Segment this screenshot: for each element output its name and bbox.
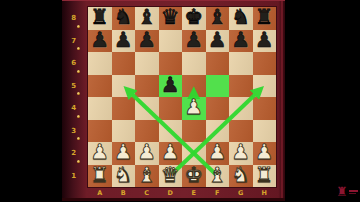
rank-label-6: 6 (62, 52, 76, 75)
square-b7[interactable]: ♟ (112, 30, 136, 53)
black-queen-d8[interactable]: ♛ (161, 7, 180, 28)
square-f4[interactable] (206, 97, 230, 120)
square-h5[interactable] (253, 75, 277, 98)
square-c5[interactable] (135, 75, 159, 98)
white-knight-b1[interactable]: ♞ (114, 165, 133, 186)
frame-stud (77, 25, 80, 28)
white-pawn-h2[interactable]: ♟ (255, 142, 274, 163)
square-h3[interactable] (253, 120, 277, 143)
black-pawn-e7[interactable]: ♟ (184, 30, 203, 51)
chess-board[interactable]: ♜♞♝♛♚♝♞♜♟♟♟♟♟♟♟♟♟♟♟♟♟♟♟♟♜♞♝♛♚♝♞♜ (88, 7, 276, 187)
rank-label-5: 5 (62, 75, 76, 98)
square-f8[interactable]: ♝ (206, 7, 230, 30)
square-g3[interactable] (229, 120, 253, 143)
square-a4[interactable] (88, 97, 112, 120)
file-label-a: A (88, 189, 112, 198)
square-b2[interactable]: ♟ (112, 142, 136, 165)
square-c7[interactable]: ♟ (135, 30, 159, 53)
frame-stud (77, 92, 80, 95)
black-king-e8[interactable]: ♚ (184, 7, 203, 28)
black-pawn-a7[interactable]: ♟ (90, 30, 109, 51)
square-c2[interactable]: ♟ (135, 142, 159, 165)
black-pawn-h7[interactable]: ♟ (255, 30, 274, 51)
rank-label-4: 4 (62, 97, 76, 120)
square-f6[interactable] (206, 52, 230, 75)
square-f7[interactable]: ♟ (206, 30, 230, 53)
white-pawn-f2[interactable]: ♟ (208, 142, 227, 163)
square-g6[interactable] (229, 52, 253, 75)
square-b6[interactable] (112, 52, 136, 75)
square-d7[interactable] (159, 30, 183, 53)
white-queen-d1[interactable]: ♛ (161, 165, 180, 186)
square-b8[interactable]: ♞ (112, 7, 136, 30)
rank-label-7: 7 (62, 30, 76, 53)
black-rook-a8[interactable]: ♜ (90, 7, 109, 28)
square-e8[interactable]: ♚ (182, 7, 206, 30)
black-pawn-d5[interactable]: ♟ (161, 75, 180, 96)
square-a6[interactable] (88, 52, 112, 75)
white-rook-h1[interactable]: ♜ (255, 165, 274, 186)
black-pawn-g7[interactable]: ♟ (231, 30, 250, 51)
square-d2[interactable]: ♟ (159, 142, 183, 165)
square-g8[interactable]: ♞ (229, 7, 253, 30)
square-b4[interactable] (112, 97, 136, 120)
square-d5[interactable]: ♟ (159, 75, 183, 98)
chess-lesson-screenshot: ♜♞♝♛♚♝♞♜♟♟♟♟♟♟♟♟♟♟♟♟♟♟♟♟♜♞♝♛♚♝♞♜ 8765432… (0, 0, 360, 202)
rank-label-8: 8 (62, 7, 76, 30)
square-h2[interactable]: ♟ (253, 142, 277, 165)
square-a1[interactable]: ♜ (88, 165, 112, 188)
square-a8[interactable]: ♜ (88, 7, 112, 30)
frame-stud (77, 137, 80, 140)
square-d4[interactable] (159, 97, 183, 120)
square-h1[interactable]: ♜ (253, 165, 277, 188)
square-a7[interactable]: ♟ (88, 30, 112, 53)
black-knight-b8[interactable]: ♞ (114, 7, 133, 28)
square-h7[interactable]: ♟ (253, 30, 277, 53)
frame-stud (77, 70, 80, 73)
square-e3[interactable] (182, 120, 206, 143)
square-d1[interactable]: ♛ (159, 165, 183, 188)
black-bishop-f8[interactable]: ♝ (208, 7, 227, 28)
black-rook-h8[interactable]: ♜ (255, 7, 274, 28)
square-c3[interactable] (135, 120, 159, 143)
square-f5[interactable] (206, 75, 230, 98)
rank-label-2: 2 (62, 142, 76, 165)
square-e1[interactable]: ♚ (182, 165, 206, 188)
watermark-logo: ♜ (336, 183, 358, 200)
black-pawn-f7[interactable]: ♟ (208, 30, 227, 51)
watermark-text-marks (349, 190, 358, 194)
white-king-e1[interactable]: ♚ (184, 165, 203, 186)
frame-stud (77, 160, 80, 163)
frame-stud (77, 115, 80, 118)
white-bishop-f1[interactable]: ♝ (208, 165, 227, 186)
white-bishop-c1[interactable]: ♝ (137, 165, 156, 186)
file-label-d: D (159, 189, 183, 198)
black-pawn-c7[interactable]: ♟ (137, 30, 156, 51)
white-knight-g1[interactable]: ♞ (231, 165, 250, 186)
file-label-f: F (206, 189, 230, 198)
square-c8[interactable]: ♝ (135, 7, 159, 30)
square-a5[interactable] (88, 75, 112, 98)
square-d6[interactable] (159, 52, 183, 75)
file-label-h: H (253, 189, 277, 198)
square-c6[interactable] (135, 52, 159, 75)
white-rook-a1[interactable]: ♜ (90, 165, 109, 186)
square-b1[interactable]: ♞ (112, 165, 136, 188)
white-pawn-d2[interactable]: ♟ (161, 142, 180, 163)
square-e6[interactable] (182, 52, 206, 75)
rank-label-1: 1 (62, 165, 76, 188)
square-g1[interactable]: ♞ (229, 165, 253, 188)
square-e7[interactable]: ♟ (182, 30, 206, 53)
square-c1[interactable]: ♝ (135, 165, 159, 188)
black-bishop-c8[interactable]: ♝ (137, 7, 156, 28)
square-e5[interactable] (182, 75, 206, 98)
square-d8[interactable]: ♛ (159, 7, 183, 30)
square-b3[interactable] (112, 120, 136, 143)
square-g7[interactable]: ♟ (229, 30, 253, 53)
square-h4[interactable] (253, 97, 277, 120)
square-d3[interactable] (159, 120, 183, 143)
square-c4[interactable] (135, 97, 159, 120)
square-h6[interactable] (253, 52, 277, 75)
white-pawn-g2[interactable]: ♟ (231, 142, 250, 163)
square-h8[interactable]: ♜ (253, 7, 277, 30)
frame-stud (77, 47, 80, 50)
square-e2[interactable] (182, 142, 206, 165)
square-f1[interactable]: ♝ (206, 165, 230, 188)
square-e4[interactable]: ♟ (182, 97, 206, 120)
file-label-b: B (112, 189, 136, 198)
square-a2[interactable]: ♟ (88, 142, 112, 165)
square-b5[interactable] (112, 75, 136, 98)
square-g4[interactable] (229, 97, 253, 120)
white-pawn-c2[interactable]: ♟ (137, 142, 156, 163)
rook-logo-icon: ♜ (336, 185, 348, 198)
square-f2[interactable]: ♟ (206, 142, 230, 165)
white-pawn-e4[interactable]: ♟ (184, 97, 203, 118)
square-a3[interactable] (88, 120, 112, 143)
file-label-e: E (182, 189, 206, 198)
black-knight-g8[interactable]: ♞ (231, 7, 250, 28)
white-pawn-b2[interactable]: ♟ (114, 142, 133, 163)
square-g5[interactable] (229, 75, 253, 98)
rank-label-3: 3 (62, 120, 76, 143)
black-pawn-b7[interactable]: ♟ (114, 30, 133, 51)
square-g2[interactable]: ♟ (229, 142, 253, 165)
square-f3[interactable] (206, 120, 230, 143)
file-label-c: C (135, 189, 159, 198)
white-pawn-a2[interactable]: ♟ (90, 142, 109, 163)
file-label-g: G (229, 189, 253, 198)
